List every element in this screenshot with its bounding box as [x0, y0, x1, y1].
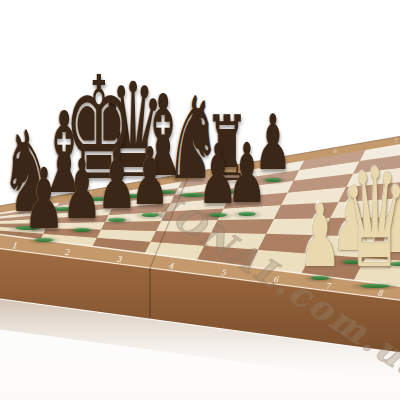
pawn-glyph: ♟ — [62, 149, 102, 232]
pawn-glyph: ♟ — [198, 134, 238, 217]
pawn-glyph: ♟ — [97, 139, 137, 222]
queen-glyph: ♛ — [342, 151, 400, 288]
pieces-layer: ♟♝♜♞♛♚♝♟♟♟♟♞♟♟♟♟♟♛ — [0, 0, 400, 400]
pawn-glyph: ♟ — [23, 157, 64, 241]
product-photo-stage: 123456781234567 IONAL.com.ua ♟♝♜♞♛♚♝♟♟♟♟… — [0, 0, 400, 400]
pawn-glyph: ♟ — [299, 192, 342, 279]
